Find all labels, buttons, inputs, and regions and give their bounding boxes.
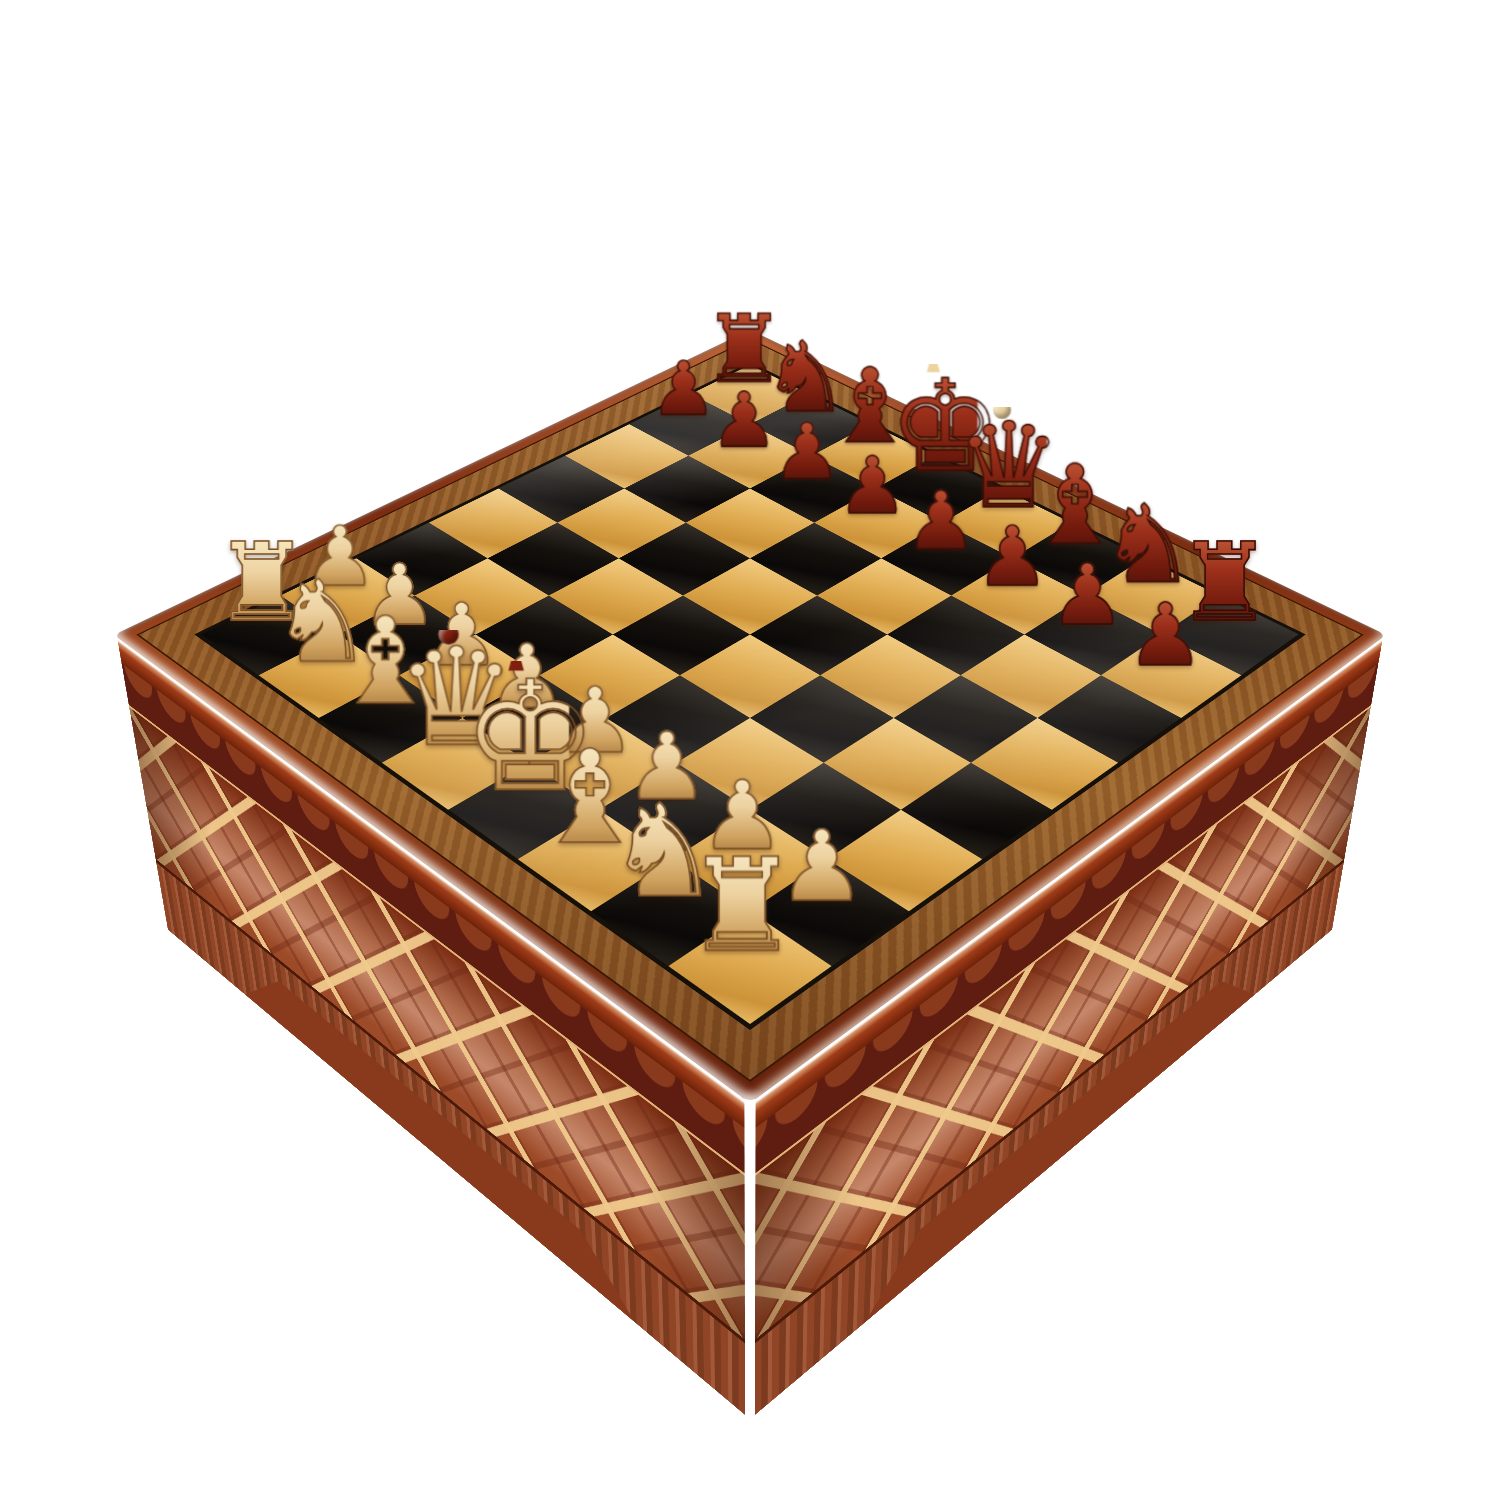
pawn-glyph: ♟	[1116, 592, 1216, 678]
chess-set-scene: abcdefgh abcdefgh 87654321 87654321 ♜♞♝♚…	[0, 0, 1500, 1500]
rook-glyph: ♜	[684, 842, 800, 971]
red-pawn-h7[interactable]: ♟	[1116, 592, 1216, 678]
chess-box: abcdefgh abcdefgh 87654321 87654321 ♜♞♝♚…	[114, 330, 1387, 1104]
photo-canvas: abcdefgh abcdefgh 87654321 87654321 ♜♞♝♚…	[0, 0, 1500, 1500]
white-queen-topper-ball	[438, 624, 458, 644]
red-queen-topper-ball	[993, 401, 1011, 419]
white-rook-h1[interactable]: ♜	[684, 842, 800, 971]
